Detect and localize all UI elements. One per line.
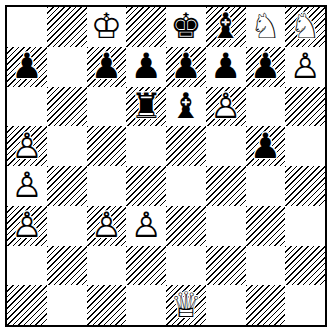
black-bishop-icon: ♝ — [166, 87, 206, 127]
piece-white-pawn: ♟♙ — [87, 206, 127, 246]
square-g5[interactable]: ♟♟ — [246, 126, 286, 166]
board-frame: ♚♔♚♚♝♝♞♘♞♘♟♟♟♟♟♟♟♟♟♟♟♟♟♙♜♜♝♝♟♙♟♙♟♟♟♙♟♙♟♙… — [5, 5, 327, 327]
square-e1[interactable]: ♛♕ — [166, 285, 206, 325]
black-pawn-icon: ♟ — [126, 47, 166, 87]
square-d6[interactable]: ♜♜ — [126, 87, 166, 127]
piece-white-pawn: ♟♙ — [206, 87, 246, 127]
square-h1[interactable] — [285, 285, 325, 325]
square-b2[interactable] — [47, 246, 87, 286]
square-b4[interactable] — [47, 166, 87, 206]
square-g7[interactable]: ♟♟ — [246, 47, 286, 87]
square-g4[interactable] — [246, 166, 286, 206]
square-a5[interactable]: ♟♙ — [7, 126, 47, 166]
square-a7[interactable]: ♟♟ — [7, 47, 47, 87]
square-c7[interactable]: ♟♟ — [87, 47, 127, 87]
piece-white-pawn: ♟♙ — [7, 126, 47, 166]
square-h2[interactable] — [285, 246, 325, 286]
piece-white-pawn: ♟♙ — [7, 206, 47, 246]
piece-white-pawn: ♟♙ — [126, 206, 166, 246]
square-a4[interactable]: ♟♙ — [7, 166, 47, 206]
black-pawn-icon: ♟ — [87, 47, 127, 87]
square-a3[interactable]: ♟♙ — [7, 206, 47, 246]
square-b7[interactable] — [47, 47, 87, 87]
square-d3[interactable]: ♟♙ — [126, 206, 166, 246]
square-c2[interactable] — [87, 246, 127, 286]
black-rook-icon: ♜ — [126, 87, 166, 127]
square-c4[interactable] — [87, 166, 127, 206]
black-pawn-icon: ♟ — [206, 47, 246, 87]
piece-black-pawn: ♟♟ — [7, 47, 47, 87]
piece-black-pawn: ♟♟ — [166, 47, 206, 87]
white-knight-icon: ♘ — [285, 7, 325, 47]
square-e3[interactable] — [166, 206, 206, 246]
white-pawn-icon: ♙ — [126, 206, 166, 246]
piece-black-bishop: ♝♝ — [206, 7, 246, 47]
square-f1[interactable] — [206, 285, 246, 325]
square-f3[interactable] — [206, 206, 246, 246]
square-c1[interactable] — [87, 285, 127, 325]
square-h5[interactable] — [285, 126, 325, 166]
piece-black-pawn: ♟♟ — [246, 47, 286, 87]
chess-diagram: ♚♔♚♚♝♝♞♘♞♘♟♟♟♟♟♟♟♟♟♟♟♟♟♙♜♜♝♝♟♙♟♙♟♟♟♙♟♙♟♙… — [0, 0, 332, 332]
square-f4[interactable] — [206, 166, 246, 206]
piece-black-pawn: ♟♟ — [246, 126, 286, 166]
square-a1[interactable] — [7, 285, 47, 325]
square-e7[interactable]: ♟♟ — [166, 47, 206, 87]
piece-white-pawn: ♟♙ — [7, 166, 47, 206]
black-king-icon: ♚ — [166, 7, 206, 47]
square-b6[interactable] — [47, 87, 87, 127]
piece-white-pawn: ♟♙ — [285, 47, 325, 87]
piece-white-queen: ♛♕ — [166, 285, 206, 325]
white-queen-icon: ♕ — [166, 285, 206, 325]
white-knight-icon: ♘ — [246, 7, 286, 47]
square-d4[interactable] — [126, 166, 166, 206]
square-a2[interactable] — [7, 246, 47, 286]
square-h4[interactable] — [285, 166, 325, 206]
chess-board: ♚♔♚♚♝♝♞♘♞♘♟♟♟♟♟♟♟♟♟♟♟♟♟♙♜♜♝♝♟♙♟♙♟♟♟♙♟♙♟♙… — [7, 7, 325, 325]
black-bishop-icon: ♝ — [206, 7, 246, 47]
black-pawn-icon: ♟ — [246, 126, 286, 166]
square-f7[interactable]: ♟♟ — [206, 47, 246, 87]
square-d1[interactable] — [126, 285, 166, 325]
piece-white-knight: ♞♘ — [246, 7, 286, 47]
square-d2[interactable] — [126, 246, 166, 286]
white-pawn-icon: ♙ — [7, 166, 47, 206]
square-h6[interactable] — [285, 87, 325, 127]
white-pawn-icon: ♙ — [7, 126, 47, 166]
square-e4[interactable] — [166, 166, 206, 206]
white-pawn-icon: ♙ — [285, 47, 325, 87]
black-pawn-icon: ♟ — [7, 47, 47, 87]
square-a6[interactable] — [7, 87, 47, 127]
white-king-icon: ♔ — [87, 7, 127, 47]
square-g3[interactable] — [246, 206, 286, 246]
square-b3[interactable] — [47, 206, 87, 246]
square-a8[interactable] — [7, 7, 47, 47]
square-c8[interactable]: ♚♔ — [87, 7, 127, 47]
square-h3[interactable] — [285, 206, 325, 246]
square-f5[interactable] — [206, 126, 246, 166]
square-d5[interactable] — [126, 126, 166, 166]
square-c5[interactable] — [87, 126, 127, 166]
square-c3[interactable]: ♟♙ — [87, 206, 127, 246]
square-e5[interactable] — [166, 126, 206, 166]
square-f2[interactable] — [206, 246, 246, 286]
black-pawn-icon: ♟ — [166, 47, 206, 87]
square-e6[interactable]: ♝♝ — [166, 87, 206, 127]
square-c6[interactable] — [87, 87, 127, 127]
piece-black-pawn: ♟♟ — [206, 47, 246, 87]
square-d7[interactable]: ♟♟ — [126, 47, 166, 87]
white-pawn-icon: ♙ — [7, 206, 47, 246]
square-e2[interactable] — [166, 246, 206, 286]
piece-black-rook: ♜♜ — [126, 87, 166, 127]
square-g8[interactable]: ♞♘ — [246, 7, 286, 47]
square-b5[interactable] — [47, 126, 87, 166]
piece-black-bishop: ♝♝ — [166, 87, 206, 127]
square-g2[interactable] — [246, 246, 286, 286]
square-d8[interactable] — [126, 7, 166, 47]
square-f8[interactable]: ♝♝ — [206, 7, 246, 47]
square-g6[interactable] — [246, 87, 286, 127]
square-f6[interactable]: ♟♙ — [206, 87, 246, 127]
square-b1[interactable] — [47, 285, 87, 325]
piece-white-king: ♚♔ — [87, 7, 127, 47]
square-h7[interactable]: ♟♙ — [285, 47, 325, 87]
square-e8[interactable]: ♚♚ — [166, 7, 206, 47]
white-pawn-icon: ♙ — [87, 206, 127, 246]
piece-black-pawn: ♟♟ — [87, 47, 127, 87]
piece-black-pawn: ♟♟ — [126, 47, 166, 87]
square-g1[interactable] — [246, 285, 286, 325]
piece-black-king: ♚♚ — [166, 7, 206, 47]
square-b8[interactable] — [47, 7, 87, 47]
square-h8[interactable]: ♞♘ — [285, 7, 325, 47]
black-pawn-icon: ♟ — [246, 47, 286, 87]
piece-white-knight: ♞♘ — [285, 7, 325, 47]
white-pawn-icon: ♙ — [206, 87, 246, 127]
